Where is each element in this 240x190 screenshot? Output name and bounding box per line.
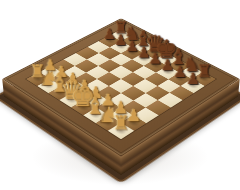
black-pawn: ♟ [186,72,200,88]
chess-set-photo: ♜♞♝♛♚♝♞♜♟♟♟♟♟♟♟♟♟♟♟♟♟♟♟♟♜♞♝♛♚♝♞♜ [0,0,240,190]
black-pawn: ♟ [173,65,187,81]
white-rook: ♜ [112,114,129,133]
